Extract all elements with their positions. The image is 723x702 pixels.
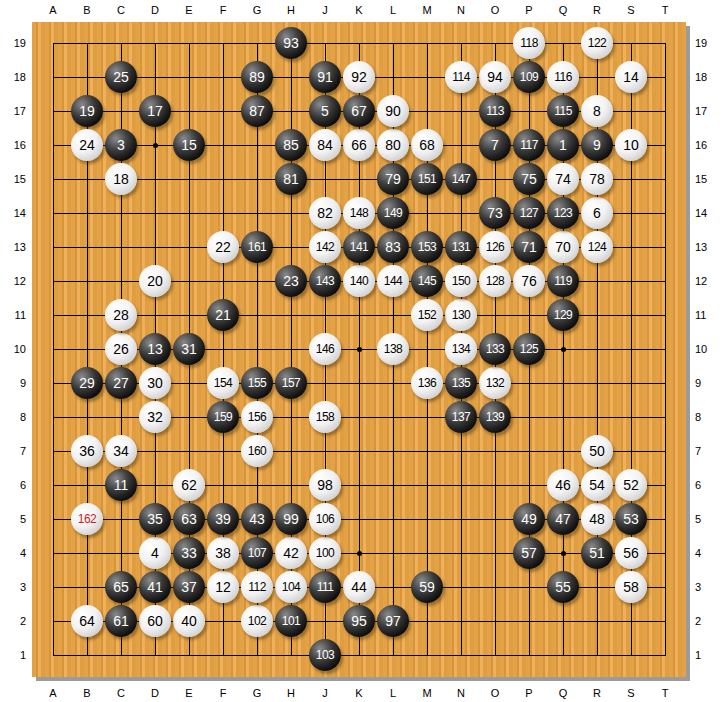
move-number: 84 [317,138,333,152]
move-number: 160 [248,445,267,457]
column-label-bottom-E: E [185,687,192,699]
row-label-right-15: 15 [695,173,707,185]
move-number: 49 [521,512,537,526]
stone-K2[interactable]: 95 [343,605,375,637]
stone-E4[interactable]: 33 [173,537,205,569]
row-label-right-18: 18 [695,71,707,83]
row-label-left-7: 7 [0,445,26,457]
stone-L15[interactable]: 79 [377,163,409,195]
stone-B9[interactable]: 29 [71,367,103,399]
move-number: 126 [486,241,505,253]
stone-L10[interactable]: 138 [377,333,409,365]
stone-L16[interactable]: 80 [377,129,409,161]
stone-S6[interactable]: 52 [615,469,647,501]
move-number: 31 [181,342,197,356]
column-label-bottom-N: N [457,687,465,699]
stone-B5[interactable]: 162 [71,503,103,535]
move-number: 115 [554,105,572,117]
stone-C3[interactable]: 65 [105,571,137,603]
stone-N15[interactable]: 147 [445,163,477,195]
stone-M11[interactable]: 152 [411,299,443,331]
move-number: 156 [248,411,267,423]
stone-B17[interactable]: 19 [71,95,103,127]
row-label-right-2: 2 [695,615,701,627]
move-number: 142 [316,241,335,253]
stone-G4[interactable]: 107 [241,537,273,569]
move-number: 46 [555,478,571,492]
column-label-top-M: M [422,4,431,16]
star-point-Q10 [561,347,566,352]
stone-J6[interactable]: 98 [309,469,341,501]
stone-M3[interactable]: 59 [411,571,443,603]
star-point-K4 [357,551,362,556]
stone-M12[interactable]: 145 [411,265,443,297]
column-label-top-D: D [151,4,159,16]
move-number: 151 [418,173,437,185]
row-label-right-10: 10 [695,343,707,355]
stone-R19[interactable]: 122 [581,27,613,59]
stone-O17[interactable]: 113 [479,95,511,127]
stone-E10[interactable]: 31 [173,333,205,365]
stone-K16[interactable]: 66 [343,129,375,161]
stone-O13[interactable]: 126 [479,231,511,263]
stone-J14[interactable]: 82 [309,197,341,229]
move-number: 94 [487,70,503,84]
stone-R14[interactable]: 6 [581,197,613,229]
stone-G17[interactable]: 87 [241,95,273,127]
move-number: 15 [181,138,197,152]
stone-G7[interactable]: 160 [241,435,273,467]
move-number: 99 [283,512,299,526]
stone-J3[interactable]: 111 [309,571,341,603]
stone-R16[interactable]: 9 [581,129,613,161]
stone-E3[interactable]: 37 [173,571,205,603]
row-label-right-1: 1 [695,649,701,661]
stone-S16[interactable]: 10 [615,129,647,161]
move-number: 124 [588,241,607,253]
stone-F3[interactable]: 12 [207,571,239,603]
stone-B2[interactable]: 64 [71,605,103,637]
move-number: 3 [117,138,125,152]
column-label-bottom-O: O [491,687,500,699]
stone-G13[interactable]: 161 [241,231,273,263]
row-label-left-6: 6 [0,479,26,491]
stone-M15[interactable]: 151 [411,163,443,195]
move-number: 149 [384,207,403,219]
move-number: 62 [181,478,197,492]
move-number: 19 [79,104,95,118]
move-number: 102 [248,615,267,627]
stone-R17[interactable]: 8 [581,95,613,127]
stone-P10[interactable]: 125 [513,333,545,365]
move-number: 138 [384,343,403,355]
column-label-bottom-Q: Q [559,687,568,699]
column-label-top-S: S [627,4,634,16]
stone-R13[interactable]: 124 [581,231,613,263]
move-number: 113 [486,105,504,117]
stone-P15[interactable]: 75 [513,163,545,195]
row-label-right-6: 6 [695,479,701,491]
row-label-left-12: 12 [0,275,26,287]
go-diagram: 1345678910111213141517181920212223242526… [0,0,723,702]
stone-H5[interactable]: 99 [275,503,307,535]
move-number: 73 [487,206,503,220]
stone-M9[interactable]: 136 [411,367,443,399]
stone-G8[interactable]: 156 [241,401,273,433]
move-number: 65 [113,580,129,594]
move-number: 21 [215,308,231,322]
move-number: 36 [79,444,95,458]
stone-O10[interactable]: 133 [479,333,511,365]
move-number: 111 [317,581,334,593]
move-number: 57 [521,546,537,560]
stone-G18[interactable]: 89 [241,61,273,93]
stone-E5[interactable]: 63 [173,503,205,535]
stone-M13[interactable]: 153 [411,231,443,263]
stone-R6[interactable]: 54 [581,469,613,501]
move-number: 153 [418,241,437,253]
column-label-bottom-H: H [287,687,295,699]
row-label-left-1: 1 [0,649,26,661]
column-label-top-O: O [491,4,500,16]
stone-J4[interactable]: 100 [309,537,341,569]
move-number: 27 [113,376,129,390]
stone-D8[interactable]: 32 [139,401,171,433]
stone-H12[interactable]: 23 [275,265,307,297]
move-number: 68 [419,138,435,152]
stone-K14[interactable]: 148 [343,197,375,229]
move-number: 107 [248,547,267,559]
stone-H16[interactable]: 85 [275,129,307,161]
stone-N18[interactable]: 114 [445,61,477,93]
move-number: 162 [78,513,97,525]
stone-D17[interactable]: 17 [139,95,171,127]
move-number: 130 [452,309,471,321]
stone-K18[interactable]: 92 [343,61,375,93]
move-number: 157 [282,377,301,389]
move-number: 133 [486,343,505,355]
move-number: 30 [147,376,163,390]
stone-L12[interactable]: 144 [377,265,409,297]
stone-G3[interactable]: 112 [241,571,273,603]
row-label-left-15: 15 [0,173,26,185]
stone-L17[interactable]: 90 [377,95,409,127]
stone-P5[interactable]: 49 [513,503,545,535]
move-number: 159 [214,411,233,423]
stone-J1[interactable]: 103 [309,639,341,671]
move-number: 10 [623,138,639,152]
move-number: 92 [351,70,367,84]
stone-C2[interactable]: 61 [105,605,137,637]
row-label-right-8: 8 [695,411,701,423]
stone-S3[interactable]: 58 [615,571,647,603]
stone-B7[interactable]: 36 [71,435,103,467]
stone-J18[interactable]: 91 [309,61,341,93]
stone-J12[interactable]: 143 [309,265,341,297]
stone-C18[interactable]: 25 [105,61,137,93]
stone-Q18[interactable]: 116 [547,61,579,93]
move-number: 100 [316,547,335,559]
move-number: 97 [385,614,401,628]
move-number: 139 [486,411,505,423]
move-number: 12 [215,580,231,594]
stone-O16[interactable]: 7 [479,129,511,161]
stone-C16[interactable]: 3 [105,129,137,161]
stone-P13[interactable]: 71 [513,231,545,263]
row-label-right-7: 7 [695,445,701,457]
stone-D5[interactable]: 35 [139,503,171,535]
stone-D10[interactable]: 13 [139,333,171,365]
stone-R5[interactable]: 48 [581,503,613,535]
stone-C9[interactable]: 27 [105,367,137,399]
move-number: 135 [452,377,471,389]
stone-K12[interactable]: 140 [343,265,375,297]
row-label-right-13: 13 [695,241,707,253]
move-number: 127 [520,207,539,219]
row-label-left-8: 8 [0,411,26,423]
move-number: 47 [555,512,571,526]
stone-J10[interactable]: 146 [309,333,341,365]
move-number: 17 [147,104,163,118]
move-number: 106 [316,513,335,525]
stone-D4[interactable]: 4 [139,537,171,569]
move-number: 20 [147,274,163,288]
column-label-top-H: H [287,4,295,16]
column-label-top-R: R [593,4,601,16]
stone-S5[interactable]: 53 [615,503,647,535]
move-number: 112 [248,581,266,593]
stone-H3[interactable]: 104 [275,571,307,603]
stone-Q17[interactable]: 115 [547,95,579,127]
row-label-left-4: 4 [0,547,26,559]
row-label-left-5: 5 [0,513,26,525]
stone-D9[interactable]: 30 [139,367,171,399]
stone-N11[interactable]: 130 [445,299,477,331]
move-number: 70 [555,240,571,254]
row-label-left-2: 2 [0,615,26,627]
stone-C15[interactable]: 18 [105,163,137,195]
stone-K3[interactable]: 44 [343,571,375,603]
stone-P19[interactable]: 118 [513,27,545,59]
column-label-bottom-D: D [151,687,159,699]
column-label-top-E: E [185,4,192,16]
stone-G5[interactable]: 43 [241,503,273,535]
stone-F11[interactable]: 21 [207,299,239,331]
move-number: 154 [214,377,233,389]
move-number: 60 [147,614,163,628]
move-number: 76 [521,274,537,288]
column-label-top-A: A [49,4,56,16]
move-number: 66 [351,138,367,152]
row-label-right-11: 11 [695,309,706,321]
stone-N8[interactable]: 137 [445,401,477,433]
stone-H19[interactable]: 93 [275,27,307,59]
stone-O9[interactable]: 132 [479,367,511,399]
stone-J13[interactable]: 142 [309,231,341,263]
stone-S4[interactable]: 56 [615,537,647,569]
column-label-top-P: P [525,4,532,16]
stone-R4[interactable]: 51 [581,537,613,569]
move-number: 101 [282,615,301,627]
move-number: 147 [452,173,471,185]
stone-N10[interactable]: 134 [445,333,477,365]
move-number: 140 [350,275,369,287]
stone-Q5[interactable]: 47 [547,503,579,535]
move-number: 85 [283,138,299,152]
stone-N9[interactable]: 135 [445,367,477,399]
stone-D2[interactable]: 60 [139,605,171,637]
column-label-bottom-L: L [390,687,396,699]
row-label-right-14: 14 [695,207,707,219]
stone-S18[interactable]: 14 [615,61,647,93]
move-number: 24 [79,138,95,152]
column-label-top-B: B [83,4,90,16]
move-number: 67 [351,104,367,118]
stone-P18[interactable]: 109 [513,61,545,93]
move-number: 137 [452,411,471,423]
move-number: 7 [491,138,499,152]
stone-L13[interactable]: 83 [377,231,409,263]
stone-L2[interactable]: 97 [377,605,409,637]
row-label-left-3: 3 [0,581,26,593]
column-label-bottom-K: K [355,687,362,699]
move-number: 56 [623,546,639,560]
stone-J8[interactable]: 158 [309,401,341,433]
move-number: 116 [554,71,572,83]
stone-D12[interactable]: 20 [139,265,171,297]
stone-E2[interactable]: 40 [173,605,205,637]
stone-J17[interactable]: 5 [309,95,341,127]
row-label-left-9: 9 [0,377,26,389]
stone-M16[interactable]: 68 [411,129,443,161]
stone-B16[interactable]: 24 [71,129,103,161]
move-number: 41 [147,580,163,594]
stone-E6[interactable]: 62 [173,469,205,501]
stone-F4[interactable]: 38 [207,537,239,569]
stone-J16[interactable]: 84 [309,129,341,161]
stone-H9[interactable]: 157 [275,367,307,399]
move-number: 23 [283,274,299,288]
move-number: 141 [350,241,369,253]
row-label-right-12: 12 [695,275,707,287]
stone-P4[interactable]: 57 [513,537,545,569]
stone-F5[interactable]: 39 [207,503,239,535]
stone-O12[interactable]: 128 [479,265,511,297]
move-number: 50 [589,444,605,458]
stone-G2[interactable]: 102 [241,605,273,637]
move-number: 146 [316,343,335,355]
stone-Q15[interactable]: 74 [547,163,579,195]
stone-O8[interactable]: 139 [479,401,511,433]
move-number: 40 [181,614,197,628]
row-label-left-16: 16 [0,139,26,151]
move-number: 39 [215,512,231,526]
move-number: 18 [113,172,129,186]
move-number: 11 [114,478,129,492]
stone-P14[interactable]: 127 [513,197,545,229]
row-label-left-11: 11 [0,309,26,321]
stone-K17[interactable]: 67 [343,95,375,127]
row-label-right-5: 5 [695,513,701,525]
stone-F9[interactable]: 154 [207,367,239,399]
stone-C10[interactable]: 26 [105,333,137,365]
stone-H4[interactable]: 42 [275,537,307,569]
stone-C6[interactable]: 11 [105,469,137,501]
row-label-left-13: 13 [0,241,26,253]
move-number: 48 [589,512,605,526]
column-label-bottom-P: P [525,687,532,699]
stone-H2[interactable]: 101 [275,605,307,637]
stone-J5[interactable]: 106 [309,503,341,535]
stone-E16[interactable]: 15 [173,129,205,161]
column-label-bottom-A: A [49,687,56,699]
move-number: 148 [350,207,369,219]
move-number: 44 [351,580,367,594]
move-number: 38 [215,546,231,560]
move-number: 123 [554,207,573,219]
stone-L14[interactable]: 149 [377,197,409,229]
stone-G9[interactable]: 155 [241,367,273,399]
stone-N12[interactable]: 150 [445,265,477,297]
stone-R7[interactable]: 50 [581,435,613,467]
move-number: 32 [147,410,163,424]
go-board[interactable]: 1345678910111213141517181920212223242526… [32,22,686,677]
stone-Q16[interactable]: 1 [547,129,579,161]
stone-F13[interactable]: 22 [207,231,239,263]
stone-Q13[interactable]: 70 [547,231,579,263]
column-label-bottom-F: F [220,687,227,699]
move-number: 103 [316,649,335,661]
column-label-top-Q: Q [559,4,568,16]
stone-Q6[interactable]: 46 [547,469,579,501]
column-label-bottom-M: M [422,687,431,699]
stone-Q11[interactable]: 129 [547,299,579,331]
row-label-right-19: 19 [695,37,707,49]
column-label-bottom-G: G [253,687,262,699]
stone-O18[interactable]: 94 [479,61,511,93]
move-number: 26 [113,342,129,356]
move-number: 58 [623,580,639,594]
stone-D3[interactable]: 41 [139,571,171,603]
star-point-K10 [357,347,362,352]
move-number: 87 [249,104,265,118]
move-number: 78 [589,172,605,186]
stone-Q14[interactable]: 123 [547,197,579,229]
stone-C11[interactable]: 28 [105,299,137,331]
stone-N13[interactable]: 131 [445,231,477,263]
stone-F8[interactable]: 159 [207,401,239,433]
move-number: 71 [521,240,537,254]
stone-K13[interactable]: 141 [343,231,375,263]
move-number: 35 [147,512,163,526]
stone-P12[interactable]: 76 [513,265,545,297]
move-number: 144 [384,275,403,287]
move-number: 91 [317,70,333,84]
stone-H15[interactable]: 81 [275,163,307,195]
move-number: 29 [79,376,95,390]
stone-C7[interactable]: 34 [105,435,137,467]
stone-O14[interactable]: 73 [479,197,511,229]
stone-Q12[interactable]: 119 [547,265,579,297]
stone-R15[interactable]: 78 [581,163,613,195]
move-number: 134 [452,343,471,355]
stone-P16[interactable]: 117 [513,129,545,161]
stone-Q3[interactable]: 55 [547,571,579,603]
row-label-left-10: 10 [0,343,26,355]
move-number: 51 [589,546,605,560]
move-number: 4 [151,546,159,560]
move-number: 5 [321,104,329,118]
